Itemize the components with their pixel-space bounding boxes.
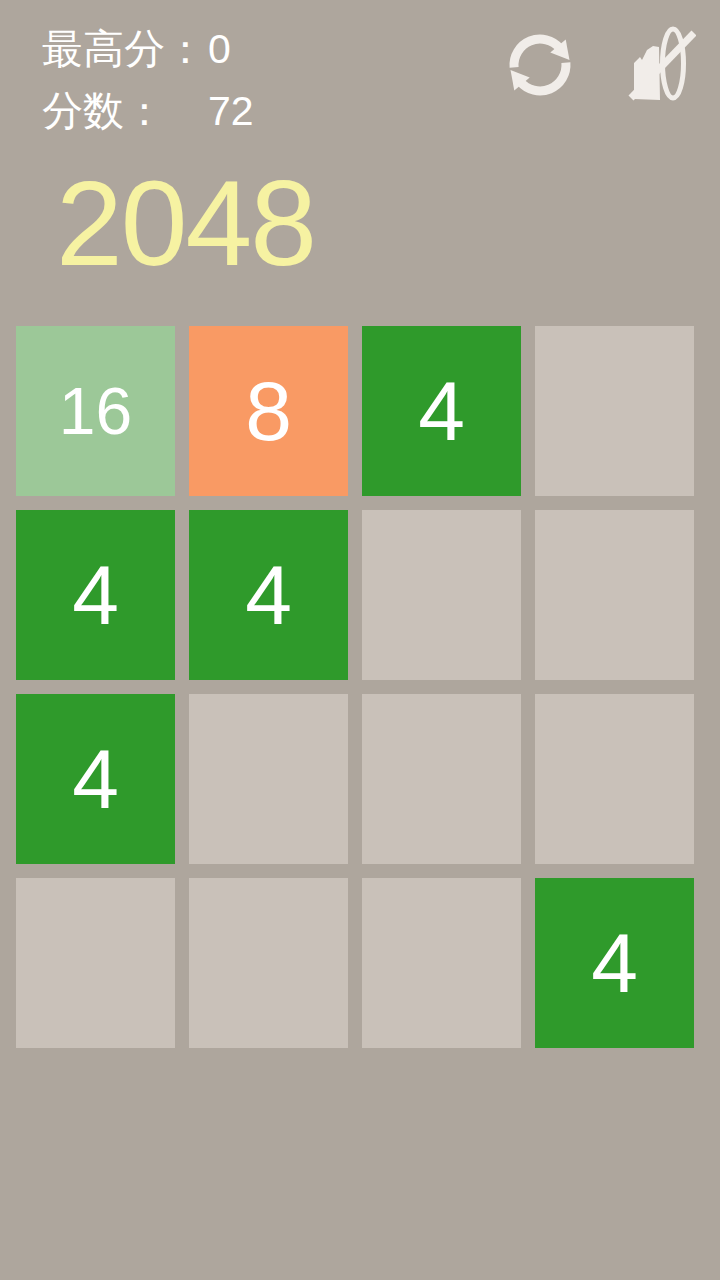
tile-value: 4 [418,363,465,460]
current-score-label: 分数： [42,86,208,148]
score-panel: 最高分： 0 分数： 72 [42,24,254,148]
tile-4-r3c1: 4 [16,694,175,864]
tile-4-r1c3: 4 [362,326,521,496]
tile-value: 4 [245,547,292,644]
tile-value: 4 [72,731,119,828]
game-screen: 最高分： 0 分数： 72 2048 16844444 [0,0,720,1280]
restart-button[interactable] [502,22,578,108]
empty-cell-r3c2 [189,694,348,864]
tile-value: 16 [59,373,132,449]
tile-8-r1c2: 8 [189,326,348,496]
best-score-label: 最高分： [42,24,208,86]
empty-cell-r3c3 [362,694,521,864]
tile-4-r2c2: 4 [189,510,348,680]
game-title: 2048 [56,163,315,283]
tile-value: 4 [591,915,638,1012]
best-score-value: 0 [208,24,231,86]
empty-cell-r2c3 [362,510,521,680]
current-score-row: 分数： 72 [42,86,254,148]
tile-4-r4c4: 4 [535,878,694,1048]
empty-cell-r3c4 [535,694,694,864]
current-score-value: 72 [208,86,254,148]
empty-cell-r4c1 [16,878,175,1048]
tile-4-r2c1: 4 [16,510,175,680]
game-board[interactable]: 16844444 [16,326,694,1048]
best-score-row: 最高分： 0 [42,24,254,86]
tile-value: 8 [245,363,292,460]
sound-muted-icon [618,20,696,106]
empty-cell-r4c2 [189,878,348,1048]
tile-16-r1c1: 16 [16,326,175,496]
refresh-icon [502,22,578,108]
mute-button[interactable] [618,20,696,106]
empty-cell-r2c4 [535,510,694,680]
empty-cell-r4c3 [362,878,521,1048]
empty-cell-r1c4 [535,326,694,496]
tile-value: 4 [72,547,119,644]
